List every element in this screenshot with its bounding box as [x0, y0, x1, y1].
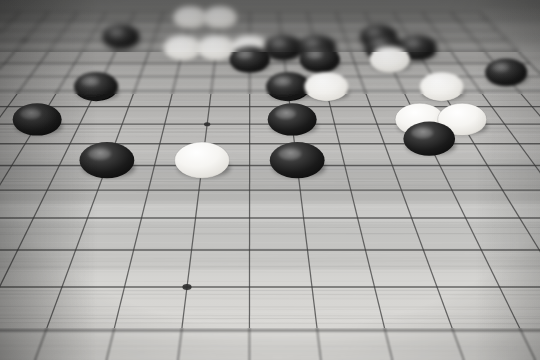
black-stone[interactable] [268, 103, 318, 135]
stone-highlight [270, 39, 286, 47]
stone-body [304, 72, 348, 101]
stone-highlight [404, 39, 420, 47]
stone-body [264, 35, 303, 61]
stone-body [173, 6, 207, 29]
stone-body [403, 122, 455, 156]
stone-body [197, 35, 236, 61]
star-point [204, 122, 210, 126]
stone-highlight [236, 51, 253, 59]
white-stone[interactable] [175, 142, 231, 178]
stone-body [79, 142, 134, 178]
stone-highlight [491, 63, 509, 71]
black-stone[interactable] [270, 142, 326, 178]
stone-body [74, 72, 118, 101]
white-stone[interactable] [203, 6, 238, 29]
stone-body [163, 35, 202, 61]
stone-highlight [81, 77, 100, 86]
stone-highlight [411, 128, 433, 138]
stone-highlight [20, 109, 41, 119]
white-stone[interactable] [304, 72, 349, 101]
white-stone[interactable] [420, 72, 465, 101]
black-stone[interactable] [79, 142, 135, 178]
stone-highlight [366, 29, 382, 36]
stone-body [102, 25, 139, 49]
stone-highlight [370, 39, 386, 47]
stone-body [230, 46, 270, 73]
stone-highlight [273, 77, 292, 86]
stone-body [300, 46, 340, 73]
go-board[interactable] [0, 0, 540, 360]
black-stone[interactable] [13, 103, 63, 135]
star-point [22, 39, 27, 42]
stone-highlight [275, 109, 296, 119]
stone-body [485, 58, 527, 86]
stone-body [268, 103, 317, 135]
stone-body [266, 72, 310, 101]
star-point [182, 284, 191, 290]
stone-body [420, 72, 464, 101]
stone-body [175, 142, 230, 178]
stone-body [13, 103, 62, 135]
stone-body [270, 142, 325, 178]
stone-highlight [306, 51, 323, 59]
stone-highlight [278, 149, 301, 160]
go-board-photo [0, 0, 540, 360]
stone-body [203, 6, 237, 29]
stone-highlight [88, 149, 111, 160]
white-stone[interactable] [370, 46, 411, 73]
stone-highlight [108, 29, 124, 36]
stone-highlight [303, 39, 319, 47]
stone-body [370, 46, 410, 73]
